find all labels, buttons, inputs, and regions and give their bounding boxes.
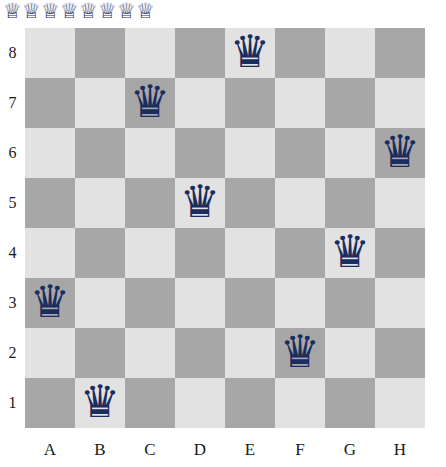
square-g3[interactable] xyxy=(325,278,375,328)
square-d6[interactable] xyxy=(175,128,225,178)
square-g4[interactable]: ♛ xyxy=(325,228,375,278)
queen-g4[interactable]: ♛ xyxy=(330,227,370,277)
square-g7[interactable] xyxy=(325,78,375,128)
queen-f2[interactable]: ♛ xyxy=(280,327,320,377)
file-label-c: C xyxy=(125,428,175,467)
chess-board: ♛♛♛♛♛♛♛♛ xyxy=(25,28,425,428)
square-c3[interactable] xyxy=(125,278,175,328)
square-h5[interactable] xyxy=(375,178,425,228)
square-e3[interactable] xyxy=(225,278,275,328)
rank-label-2: 2 xyxy=(0,328,25,378)
square-b2[interactable] xyxy=(75,328,125,378)
square-d4[interactable] xyxy=(175,228,225,278)
square-f7[interactable] xyxy=(275,78,325,128)
queen-d5[interactable]: ♛ xyxy=(180,177,220,227)
square-c1[interactable] xyxy=(125,378,175,428)
square-h8[interactable] xyxy=(375,28,425,78)
file-label-g: G xyxy=(325,428,375,467)
white-queen-outline-glyph: ♕ xyxy=(3,1,20,18)
square-b7[interactable] xyxy=(75,78,125,128)
square-h3[interactable] xyxy=(375,278,425,328)
white-queen-outline-glyph: ♕ xyxy=(117,1,134,18)
file-label-h: H xyxy=(375,428,425,467)
file-label-e: E xyxy=(225,428,275,467)
file-label-a: A xyxy=(25,428,75,467)
square-e1[interactable] xyxy=(225,378,275,428)
white-queen-outline-glyph: ♕ xyxy=(136,1,153,18)
rank-labels: 87654321 xyxy=(0,28,25,428)
file-labels: ABCDEFGH xyxy=(25,428,425,467)
square-d7[interactable] xyxy=(175,78,225,128)
square-h1[interactable] xyxy=(375,378,425,428)
square-g1[interactable] xyxy=(325,378,375,428)
white-queen-outline-glyph: ♕ xyxy=(60,1,77,18)
square-d2[interactable] xyxy=(175,328,225,378)
square-a6[interactable] xyxy=(25,128,75,178)
file-label-f: F xyxy=(275,428,325,467)
square-e6[interactable] xyxy=(225,128,275,178)
square-a5[interactable] xyxy=(25,178,75,228)
queen-e8[interactable]: ♛ xyxy=(230,27,270,77)
square-d3[interactable] xyxy=(175,278,225,328)
queen-h6[interactable]: ♛ xyxy=(380,127,420,177)
square-f4[interactable] xyxy=(275,228,325,278)
tray-queen-icon[interactable]: ♕ xyxy=(60,1,77,18)
square-f2[interactable]: ♛ xyxy=(275,328,325,378)
square-a2[interactable] xyxy=(25,328,75,378)
square-e7[interactable] xyxy=(225,78,275,128)
white-queen-outline-glyph: ♕ xyxy=(22,1,39,18)
square-h2[interactable] xyxy=(375,328,425,378)
tray-queen-icon[interactable]: ♕ xyxy=(117,1,134,18)
tray-queen-icon[interactable]: ♕ xyxy=(41,1,58,18)
square-b3[interactable] xyxy=(75,278,125,328)
rank-label-5: 5 xyxy=(0,178,25,228)
square-g8[interactable] xyxy=(325,28,375,78)
square-a3[interactable]: ♛ xyxy=(25,278,75,328)
square-c8[interactable] xyxy=(125,28,175,78)
rank-label-8: 8 xyxy=(0,28,25,78)
white-queen-outline-glyph: ♕ xyxy=(41,1,58,18)
square-a8[interactable] xyxy=(25,28,75,78)
tray-queen-icon[interactable]: ♕ xyxy=(79,1,96,18)
tray-queen-icon[interactable]: ♕ xyxy=(136,1,153,18)
tray-queen-icon[interactable]: ♕ xyxy=(3,1,20,18)
square-h7[interactable] xyxy=(375,78,425,128)
rank-label-1: 1 xyxy=(0,378,25,428)
square-e2[interactable] xyxy=(225,328,275,378)
square-f8[interactable] xyxy=(275,28,325,78)
queen-c7[interactable]: ♛ xyxy=(130,77,170,127)
square-h4[interactable] xyxy=(375,228,425,278)
square-b1[interactable]: ♛ xyxy=(75,378,125,428)
tray-queen-icon[interactable]: ♕ xyxy=(22,1,39,18)
square-e5[interactable] xyxy=(225,178,275,228)
square-e4[interactable] xyxy=(225,228,275,278)
square-h6[interactable]: ♛ xyxy=(375,128,425,178)
square-c5[interactable] xyxy=(125,178,175,228)
square-d5[interactable]: ♛ xyxy=(175,178,225,228)
square-g5[interactable] xyxy=(325,178,375,228)
square-c6[interactable] xyxy=(125,128,175,178)
queen-b1[interactable]: ♛ xyxy=(80,377,120,427)
file-label-b: B xyxy=(75,428,125,467)
square-e8[interactable]: ♛ xyxy=(225,28,275,78)
square-f6[interactable] xyxy=(275,128,325,178)
white-queen-outline-glyph: ♕ xyxy=(98,1,115,18)
tray-queen-icon[interactable]: ♕ xyxy=(98,1,115,18)
square-d1[interactable] xyxy=(175,378,225,428)
square-g2[interactable] xyxy=(325,328,375,378)
square-a4[interactable] xyxy=(25,228,75,278)
square-a7[interactable] xyxy=(25,78,75,128)
square-c4[interactable] xyxy=(125,228,175,278)
board-area: 87654321 ♛♛♛♛♛♛♛♛ ABCDEFGH xyxy=(0,28,446,467)
queen-a3[interactable]: ♛ xyxy=(30,277,70,327)
square-d8[interactable] xyxy=(175,28,225,78)
white-queen-outline-glyph: ♕ xyxy=(79,1,96,18)
rank-label-3: 3 xyxy=(0,278,25,328)
rank-label-7: 7 xyxy=(0,78,25,128)
square-c2[interactable] xyxy=(125,328,175,378)
rank-label-6: 6 xyxy=(0,128,25,178)
square-a1[interactable] xyxy=(25,378,75,428)
square-c7[interactable]: ♛ xyxy=(125,78,175,128)
square-b8[interactable] xyxy=(75,28,125,78)
square-f1[interactable] xyxy=(275,378,325,428)
queen-tray: ♕♕♕♕♕♕♕♕ xyxy=(0,0,446,20)
square-b5[interactable] xyxy=(75,178,125,228)
square-f3[interactable] xyxy=(275,278,325,328)
square-f5[interactable] xyxy=(275,178,325,228)
file-label-d: D xyxy=(175,428,225,467)
rank-label-4: 4 xyxy=(0,228,25,278)
square-b4[interactable] xyxy=(75,228,125,278)
square-b6[interactable] xyxy=(75,128,125,178)
square-g6[interactable] xyxy=(325,128,375,178)
corner-spacer xyxy=(0,428,25,467)
